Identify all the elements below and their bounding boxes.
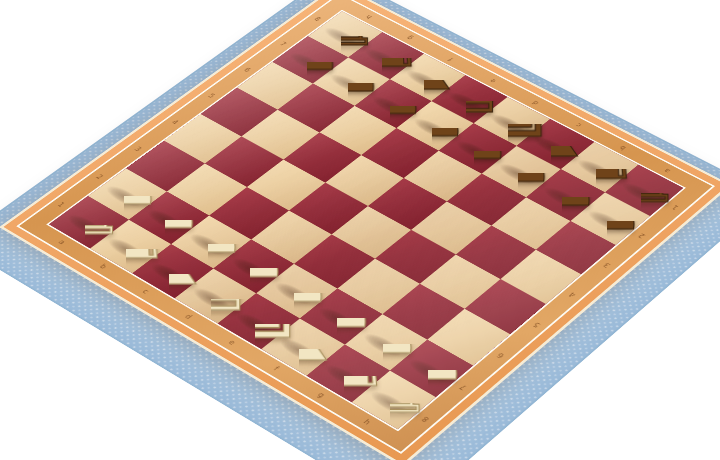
perspective-scene: abcdefgh abcdefgh 12345678 12345678 ♜♞♝♛… — [0, 0, 720, 460]
chess-set-photo: abcdefgh abcdefgh 12345678 12345678 ♜♞♝♛… — [0, 0, 720, 460]
